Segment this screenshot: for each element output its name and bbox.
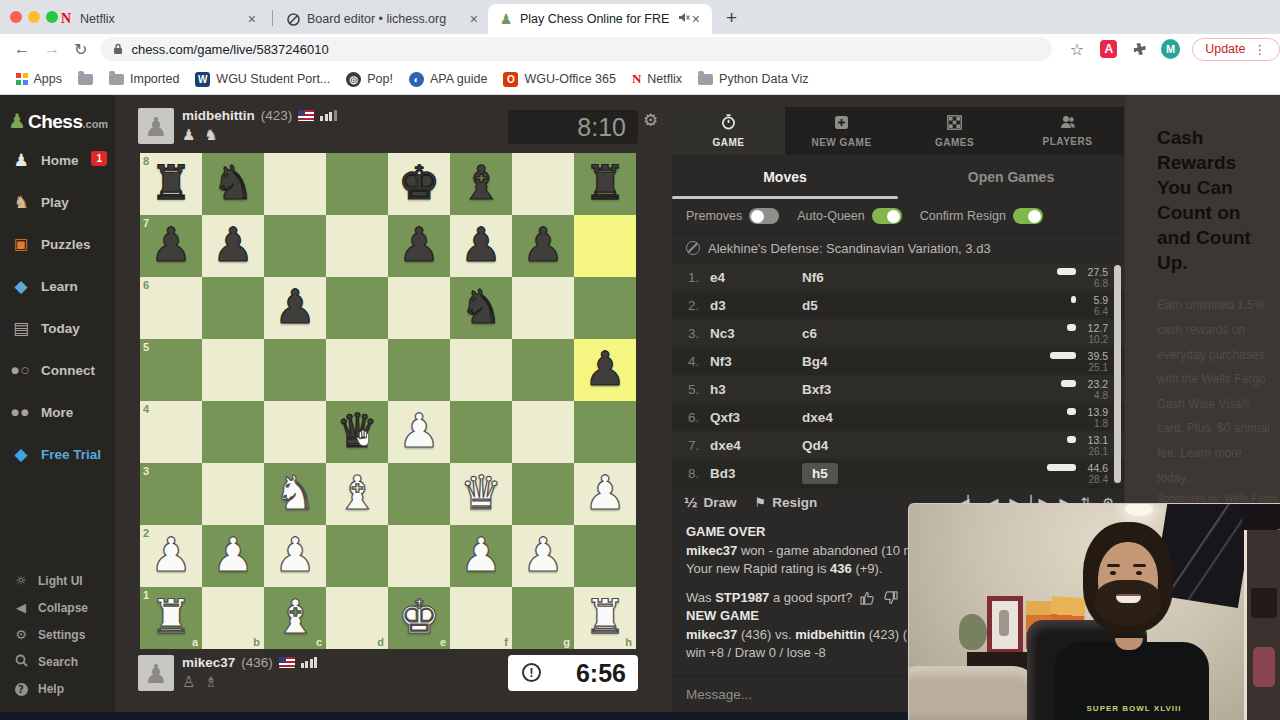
- opening-book-icon: [686, 241, 700, 255]
- white-move[interactable]: e4: [710, 270, 802, 285]
- white-move[interactable]: Nf3: [710, 354, 802, 369]
- plus-square-icon: [834, 115, 849, 134]
- square-d1[interactable]: d: [326, 587, 388, 649]
- toggle-knob: [887, 210, 900, 223]
- bookmark-label: Pop!: [367, 72, 393, 86]
- panel-tab-label: GAMES: [935, 137, 974, 148]
- square-e4[interactable]: ♟: [388, 401, 450, 463]
- square-a8[interactable]: 8♜: [140, 153, 202, 215]
- sidebar-util-light-ui[interactable]: ☼Light UI: [0, 567, 115, 594]
- board-grid-icon: [947, 115, 962, 134]
- bookmark-label: APA guide: [430, 72, 487, 86]
- square-e8[interactable]: ♚: [388, 153, 450, 215]
- black-rook[interactable]: ♜: [140, 153, 202, 215]
- move-row-2: 2.d3d55.96.4: [672, 291, 1124, 319]
- rank-label-4: 4: [143, 403, 149, 415]
- sidebar-util-label: Search: [38, 655, 78, 669]
- bookmark-folder[interactable]: [78, 74, 93, 85]
- connect-chat-icon: ●○: [10, 365, 32, 375]
- move-number: 5.: [672, 382, 710, 397]
- sidebar-item-free-trial[interactable]: ◆Free Trial: [0, 433, 115, 475]
- time-bar: [1067, 408, 1076, 415]
- toggle-label: Confirm Resign: [920, 209, 1006, 223]
- move-number: 1.: [672, 270, 710, 285]
- move-times: 23.24.8: [1012, 378, 1108, 401]
- panel-tab-game[interactable]: GAME: [672, 107, 785, 155]
- bed: [908, 666, 1039, 720]
- move-number: 6.: [672, 410, 710, 425]
- gear-icon: ⚙: [12, 627, 30, 642]
- sidebar-item-today[interactable]: ▤Today: [0, 307, 115, 349]
- square-b4[interactable]: [202, 401, 264, 463]
- connection-bars-icon: [320, 110, 337, 121]
- panel-tab-players[interactable]: PLAYERS: [1011, 107, 1124, 155]
- white-bishop[interactable]: ♝: [264, 587, 326, 649]
- move-row-1: 1.e4Nf627.56.8: [672, 263, 1124, 291]
- square-a3[interactable]: 3: [140, 463, 202, 525]
- resign-button[interactable]: ⚑Resign: [754, 495, 817, 510]
- bookmark-wgu-office-365[interactable]: OWGU-Office 365: [503, 72, 615, 87]
- sidebar-item-label: Learn: [41, 279, 78, 294]
- move-times: 13.91.8: [1012, 406, 1108, 429]
- sidebar-item-label: Play: [41, 195, 69, 210]
- time-bar-line: 5.9: [1071, 294, 1108, 306]
- square-f2[interactable]: ♟: [450, 525, 512, 587]
- white-move[interactable]: d3: [710, 298, 802, 313]
- tab-close-icon[interactable]: ×: [690, 11, 702, 27]
- toggle-switch[interactable]: [749, 208, 779, 224]
- light-ui-icon: ☼: [12, 573, 30, 588]
- player-bottom-name[interactable]: mikec37: [182, 655, 235, 670]
- white-pawn[interactable]: ♟: [450, 525, 512, 587]
- black-knight[interactable]: ♞: [450, 277, 512, 339]
- square-g3[interactable]: [512, 463, 574, 525]
- square-g7[interactable]: ♟: [512, 215, 574, 277]
- square-c5[interactable]: [264, 339, 326, 401]
- square-c6[interactable]: ♟: [264, 277, 326, 339]
- square-f8[interactable]: ♝: [450, 153, 512, 215]
- white-rook[interactable]: ♜: [140, 587, 202, 649]
- chess-pawn-green-icon: ♟: [498, 11, 514, 27]
- move-list: 1.e4Nf627.56.82.d3d55.96.43.Nc3c612.710.…: [672, 263, 1124, 487]
- time-bar-line: 23.2: [1061, 378, 1108, 390]
- move-row-7: 7.dxe4Qd413.126.1: [672, 431, 1124, 459]
- tab-close-icon[interactable]: ×: [246, 11, 258, 27]
- sidebar-item-more[interactable]: ●●More: [0, 391, 115, 433]
- square-a2[interactable]: 2♟: [140, 525, 202, 587]
- browser-tab-2[interactable]: Board editor • lichess.org×: [275, 4, 490, 34]
- sidebar-item-learn[interactable]: ◆Learn: [0, 265, 115, 307]
- move-number: 8.: [672, 466, 710, 481]
- square-d6[interactable]: [326, 277, 388, 339]
- bookmark-label: Python Data Viz: [719, 72, 808, 86]
- player-top-avatar[interactable]: ♟: [138, 108, 174, 144]
- square-b2[interactable]: ♟: [202, 525, 264, 587]
- logo-text: Chess: [28, 111, 83, 133]
- back-icon[interactable]: ←: [14, 40, 30, 58]
- time-bar-line: 39.5: [1050, 350, 1108, 362]
- browser-tab-1[interactable]: NNetflix×: [48, 4, 268, 34]
- move-times: 44.628.4: [1012, 462, 1108, 485]
- black-pawn[interactable]: ♟: [450, 215, 512, 277]
- toggle-auto-queen[interactable]: Auto-Queen: [797, 208, 901, 224]
- plant: [959, 614, 987, 650]
- black-pawn[interactable]: ♟: [202, 215, 264, 277]
- chess-board[interactable]: 8♜♞♚♝♜7♟♟♟♟♟6♟♞5♟4♛♟3♞♝♛♟2♟♟♟♟♟1a♜bc♝de♚…: [140, 153, 636, 649]
- white-move[interactable]: Bd3: [710, 466, 802, 481]
- square-d5[interactable]: [326, 339, 388, 401]
- panel-subtabs: MovesOpen Games: [672, 155, 1124, 199]
- tab-strip: NNetflix×Board editor • lichess.org×♟Pla…: [0, 0, 1280, 34]
- sidebar-item-label: Puzzles: [41, 237, 91, 252]
- white-move[interactable]: dxe4: [710, 438, 802, 453]
- white-pawn[interactable]: ♟: [388, 401, 450, 463]
- subtab-open-games[interactable]: Open Games: [898, 155, 1124, 199]
- mac-minimize-button[interactable]: [28, 11, 40, 23]
- sidebar-item-connect[interactable]: ●○Connect: [0, 349, 115, 391]
- square-g6[interactable]: [512, 277, 574, 339]
- sidebar-util-settings[interactable]: ⚙Settings: [0, 621, 115, 648]
- square-h3[interactable]: ♟: [574, 463, 636, 525]
- square-g2[interactable]: ♟: [512, 525, 574, 587]
- sidebar-util-label: Settings: [38, 628, 85, 642]
- learn-icon: ◆: [10, 276, 32, 296]
- white-rook[interactable]: ♜: [574, 587, 636, 649]
- bookmark-python-data-viz[interactable]: Python Data Viz: [698, 72, 808, 86]
- square-h6[interactable]: [574, 277, 636, 339]
- square-g4[interactable]: [512, 401, 574, 463]
- black-bishop[interactable]: ♝: [450, 153, 512, 215]
- toggle-premoves[interactable]: Premoves: [686, 208, 779, 224]
- time-bar: [1067, 324, 1076, 331]
- square-c2[interactable]: ♟: [264, 525, 326, 587]
- black-pawn[interactable]: ♟: [512, 215, 574, 277]
- shirt-text: SUPER BOWL XLVIII: [1069, 704, 1199, 713]
- rank-label-6: 6: [143, 279, 149, 291]
- square-h2[interactable]: [574, 525, 636, 587]
- collapse-icon: ◀: [12, 600, 30, 615]
- tab-title: Netflix: [80, 12, 238, 26]
- refresh-icon[interactable]: ↻: [74, 40, 87, 59]
- square-d2[interactable]: [326, 525, 388, 587]
- sidebar-item-label: Today: [41, 321, 80, 336]
- square-h4[interactable]: [574, 401, 636, 463]
- picture-frame: [987, 596, 1023, 654]
- square-h8[interactable]: ♜: [574, 153, 636, 215]
- black-move[interactable]: Bg4: [802, 354, 894, 369]
- new-tab-button[interactable]: +: [726, 7, 737, 29]
- white-move[interactable]: Nc3: [710, 326, 802, 341]
- sidebar-item-label: Home: [41, 153, 79, 168]
- black-pawn[interactable]: ♟: [574, 339, 636, 401]
- white-move[interactable]: Qxf3: [710, 410, 802, 425]
- square-f6[interactable]: ♞: [450, 277, 512, 339]
- white-pawn[interactable]: ♟: [512, 525, 574, 587]
- captured-pieces-bottom: ♙ ♗: [182, 673, 220, 691]
- ceiling-light: [1125, 503, 1153, 516]
- black-move[interactable]: Bxf3: [802, 382, 894, 397]
- profile-avatar[interactable]: M: [1161, 39, 1180, 59]
- black-knight[interactable]: ♞: [202, 153, 264, 215]
- stopwatch-icon: [721, 114, 736, 134]
- white-pawn[interactable]: ♟: [574, 463, 636, 525]
- black-king[interactable]: ♚: [388, 153, 450, 215]
- toggle-label: Auto-Queen: [797, 209, 864, 223]
- black-time: 6.8: [1080, 278, 1108, 289]
- square-f7[interactable]: ♟: [450, 215, 512, 277]
- person-beard: [1095, 580, 1161, 626]
- square-c3[interactable]: ♞: [264, 463, 326, 525]
- square-b1[interactable]: b: [202, 587, 264, 649]
- sidebar-util-help[interactable]: ?Help: [0, 675, 115, 702]
- move-row-6: 6.Qxf3dxe413.91.8: [672, 403, 1124, 431]
- black-time: 10.2: [1080, 334, 1108, 345]
- opening-name[interactable]: Alekhine's Defense: Scandinavian Variati…: [708, 241, 991, 256]
- panel-tab-games[interactable]: GAMES: [898, 107, 1011, 155]
- toggle-switch[interactable]: [1013, 208, 1043, 224]
- square-d3[interactable]: ♝: [326, 463, 388, 525]
- tab-close-icon[interactable]: ×: [468, 11, 480, 27]
- move-number: 3.: [672, 326, 710, 341]
- white-move[interactable]: h3: [710, 382, 802, 397]
- toggle-knob: [751, 210, 764, 223]
- black-pawn[interactable]: ♟: [388, 215, 450, 277]
- ad-headline: Cash Rewards You Can Count on and Count …: [1125, 95, 1280, 275]
- white-pawn[interactable]: ♟: [202, 525, 264, 587]
- time-bar: [1071, 296, 1076, 303]
- chesscom-logo[interactable]: ♟ Chess .com: [0, 95, 115, 139]
- toggle-switch[interactable]: [872, 208, 902, 224]
- file-label-f: f: [504, 636, 508, 648]
- extension-a-icon[interactable]: A: [1100, 40, 1117, 58]
- time-bar: [1061, 380, 1076, 387]
- black-time: 6.4: [1080, 306, 1108, 317]
- square-d7[interactable]: [326, 215, 388, 277]
- sidebar-item-play[interactable]: ♞Play: [0, 181, 115, 223]
- square-b7[interactable]: ♟: [202, 215, 264, 277]
- board-settings-gear-icon[interactable]: ⚙: [643, 110, 658, 130]
- white-bishop[interactable]: ♝: [326, 463, 388, 525]
- browser-chrome: NNetflix×Board editor • lichess.org×♟Pla…: [0, 0, 1280, 95]
- time-bar: [1047, 464, 1076, 471]
- toggle-confirm-resign[interactable]: Confirm Resign: [920, 208, 1043, 224]
- move-row-3: 3.Nc3c612.710.2: [672, 319, 1124, 347]
- bookmark-apa-guide[interactable]: ◐APA guide: [409, 72, 487, 87]
- update-button[interactable]: Update⋮: [1192, 38, 1280, 61]
- black-move[interactable]: dxe4: [802, 410, 894, 425]
- square-g8[interactable]: [512, 153, 574, 215]
- square-h1[interactable]: h♜: [574, 587, 636, 649]
- panel-tab-label: NEW GAME: [811, 137, 871, 148]
- bookmark-label: WGU-Office 365: [524, 72, 615, 86]
- square-c7[interactable]: [264, 215, 326, 277]
- square-f3[interactable]: ♛: [450, 463, 512, 525]
- scrollbar-thumb[interactable]: [1114, 265, 1121, 483]
- captured-pieces-top: ♟ ♞: [182, 126, 220, 144]
- square-a6[interactable]: 6: [140, 277, 202, 339]
- square-f5[interactable]: [450, 339, 512, 401]
- panel-tab-new-game[interactable]: NEW GAME: [785, 107, 898, 155]
- black-pawn[interactable]: ♟: [140, 215, 202, 277]
- square-g1[interactable]: g: [512, 587, 574, 649]
- square-e6[interactable]: [388, 277, 450, 339]
- square-b6[interactable]: [202, 277, 264, 339]
- netflix-n-icon: N: [58, 11, 74, 27]
- square-c1[interactable]: c♝: [264, 587, 326, 649]
- square-f4[interactable]: [450, 401, 512, 463]
- move-row-5: 5.h3Bxf323.24.8: [672, 375, 1124, 403]
- panel-tab-label: PLAYERS: [1043, 136, 1093, 147]
- white-king[interactable]: ♚: [388, 587, 450, 649]
- search-icon: [12, 654, 30, 670]
- home-pawn-icon: ♟: [10, 150, 32, 170]
- square-e1[interactable]: e♚: [388, 587, 450, 649]
- toggle-label: Premoves: [686, 209, 742, 223]
- player-top-rating: (423): [261, 108, 293, 123]
- square-e3[interactable]: [388, 463, 450, 525]
- subtab-moves[interactable]: Moves: [672, 155, 898, 199]
- menu-dots-icon[interactable]: ⋮: [1254, 42, 1268, 57]
- square-c8[interactable]: [264, 153, 326, 215]
- black-time: 26.1: [1080, 446, 1108, 457]
- bookmark-pop-[interactable]: ◎Pop!: [346, 72, 393, 87]
- move-number: 2.: [672, 298, 710, 313]
- black-time: 28.4: [1080, 474, 1108, 485]
- low-time-alert-icon: !: [522, 663, 541, 682]
- browser-tab-3[interactable]: ♟Play Chess Online for FREE×: [488, 4, 712, 34]
- connection-bars-icon: [301, 657, 318, 668]
- black-pawn[interactable]: ♟: [264, 277, 326, 339]
- time-bar-line: 27.5: [1057, 266, 1108, 278]
- notification-badge: 1: [91, 151, 107, 166]
- sidebar-item-home[interactable]: ♟Home1: [0, 139, 115, 181]
- rank-label-3: 3: [143, 465, 149, 477]
- webcam-overlay: SUPER BOWL XLVIII: [908, 503, 1280, 720]
- black-rook[interactable]: ♜: [574, 153, 636, 215]
- square-b8[interactable]: ♞: [202, 153, 264, 215]
- sidebar-util-label: Help: [38, 682, 64, 696]
- square-a4[interactable]: 4: [140, 401, 202, 463]
- clock-bottom: ! 6:56: [508, 655, 638, 691]
- players-icon: [1060, 115, 1076, 133]
- black-move[interactable]: Qd4: [802, 438, 894, 453]
- square-f1[interactable]: f: [450, 587, 512, 649]
- black-move[interactable]: c6: [802, 326, 894, 341]
- rank-label-5: 5: [143, 341, 149, 353]
- square-a5[interactable]: 5: [140, 339, 202, 401]
- panel-tabs: GAMENEW GAMEGAMESPLAYERS: [672, 107, 1124, 155]
- bookmark-wgu-student-port-[interactable]: WWGU Student Port...: [195, 72, 330, 87]
- bookmark-label: WGU Student Port...: [216, 72, 330, 86]
- square-d8[interactable]: [326, 153, 388, 215]
- move-times: 27.56.8: [1012, 266, 1108, 289]
- more-dots-icon: ●●: [10, 407, 32, 417]
- square-c4[interactable]: [264, 401, 326, 463]
- white-time: 13.1: [1080, 434, 1108, 446]
- toggle-knob: [1028, 210, 1041, 223]
- extensions-puzzle-icon[interactable]: [1131, 41, 1146, 57]
- opening-row: Alekhine's Defense: Scandinavian Variati…: [672, 233, 1124, 263]
- time-bar-line: 13.1: [1067, 434, 1108, 446]
- black-move[interactable]: d5: [802, 298, 894, 313]
- time-bar: [1057, 268, 1076, 275]
- puzzle-icon: ▣: [10, 235, 32, 253]
- square-e5[interactable]: [388, 339, 450, 401]
- help-icon: ?: [12, 681, 30, 696]
- sidebar-util-collapse[interactable]: ◀Collapse: [0, 594, 115, 621]
- bookmark-netflix[interactable]: NNetflix: [632, 71, 682, 87]
- tab-audio-icon[interactable]: [678, 12, 690, 26]
- move-times: 5.96.4: [1012, 294, 1108, 317]
- panel-tab-label: GAME: [713, 137, 745, 148]
- square-h5[interactable]: ♟: [574, 339, 636, 401]
- white-pawn[interactable]: ♟: [140, 525, 202, 587]
- sidebar-item-puzzles[interactable]: ▣Puzzles: [0, 223, 115, 265]
- square-b5[interactable]: [202, 339, 264, 401]
- player-top-name[interactable]: midbehittin: [182, 108, 255, 123]
- sidebar-item-label: Free Trial: [41, 447, 101, 462]
- sidebar-util-label: Collapse: [38, 601, 88, 615]
- black-move[interactable]: Nf6: [802, 270, 894, 285]
- square-a7[interactable]: 7♟: [140, 215, 202, 277]
- url-toolbar: ← → ↻ chess.com/game/live/5837246010 ☆ A…: [0, 34, 1280, 64]
- today-news-icon: ▤: [10, 318, 32, 338]
- white-knight[interactable]: ♞: [264, 463, 326, 525]
- forward-icon[interactable]: →: [44, 40, 60, 58]
- white-pawn[interactable]: ♟: [264, 525, 326, 587]
- square-e2[interactable]: [388, 525, 450, 587]
- white-time: 5.9: [1080, 294, 1108, 306]
- white-queen[interactable]: ♛: [450, 463, 512, 525]
- move-number: 4.: [672, 354, 710, 369]
- move-row-4: 4.Nf3Bg439.525.1: [672, 347, 1124, 375]
- player-bottom-avatar[interactable]: ♟: [138, 655, 174, 691]
- square-a1[interactable]: 1a♜: [140, 587, 202, 649]
- bookmark-apps[interactable]: Apps: [16, 72, 62, 86]
- black-time: 1.8: [1080, 418, 1108, 429]
- black-move[interactable]: h5: [802, 466, 894, 481]
- address-bar[interactable]: chess.com/game/live/5837246010: [101, 37, 1051, 61]
- square-b3[interactable]: [202, 463, 264, 525]
- us-flag-icon: [279, 657, 295, 668]
- clock-top: 8:10: [508, 110, 638, 144]
- thumbs-down-icon[interactable]: [883, 591, 898, 605]
- player-bottom-rating: (436): [241, 655, 273, 670]
- bookmark-imported[interactable]: Imported: [109, 72, 179, 86]
- sidebar-util-search[interactable]: Search: [0, 648, 115, 675]
- thumbs-up-icon[interactable]: [860, 591, 875, 605]
- sidebar: ♟ Chess .com ♟Home1♞Play▣Puzzles◆Learn▤T…: [0, 95, 115, 712]
- square-e7[interactable]: ♟: [388, 215, 450, 277]
- us-flag-icon: [298, 110, 314, 121]
- draw-button[interactable]: ½Draw: [684, 495, 736, 510]
- doorway: [1244, 530, 1280, 720]
- white-time: 13.9: [1080, 406, 1108, 418]
- logo-suffix: .com: [82, 118, 108, 130]
- lichess-circle-icon: [285, 11, 301, 27]
- mac-close-button[interactable]: [10, 11, 22, 23]
- time-bar-line: 12.7: [1067, 322, 1108, 334]
- bookmarks-bar: AppsImportedWWGU Student Port...◎Pop!◐AP…: [0, 64, 1280, 95]
- square-h7[interactable]: [574, 215, 636, 277]
- move-row-8: 8.Bd3h544.628.4: [672, 459, 1124, 487]
- move-number: 7.: [672, 438, 710, 453]
- bookmark-star-icon[interactable]: ☆: [1070, 40, 1084, 59]
- bookmark-label: Netflix: [647, 72, 682, 86]
- hand-cursor-icon: [352, 427, 374, 449]
- square-g5[interactable]: [512, 339, 574, 401]
- panel-toggles: PremovesAuto-QueenConfirm Resign: [672, 199, 1124, 233]
